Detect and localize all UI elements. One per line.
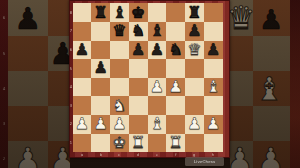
file-label-e: e bbox=[156, 153, 158, 157]
piece-white-pawn-h2: ♟ bbox=[204, 115, 223, 134]
rank-label-1: 1 bbox=[70, 141, 72, 145]
square-h3 bbox=[204, 96, 223, 115]
piece-white-pawn-b2: ♟ bbox=[91, 115, 110, 134]
piece-white-queen-g6: ♛ bbox=[185, 41, 204, 60]
rank-label-4: 4 bbox=[70, 85, 72, 89]
square-h8 bbox=[204, 3, 223, 22]
rank-label-6: 6 bbox=[70, 48, 72, 52]
backdrop-panel-left: 65432♟♟♟♟ bbox=[0, 0, 70, 168]
backdrop-dim-overlay bbox=[230, 0, 300, 168]
square-a1 bbox=[73, 134, 92, 153]
piece-black-queen-c7: ♛ bbox=[110, 22, 129, 41]
file-label-d: d bbox=[137, 153, 139, 157]
square-f2 bbox=[166, 115, 185, 134]
square-g5 bbox=[185, 59, 204, 78]
piece-black-rook-g8: ♜ bbox=[185, 3, 204, 22]
square-h1 bbox=[204, 134, 223, 153]
file-label-c: c bbox=[118, 153, 120, 157]
piece-white-pawn-c2: ♟ bbox=[110, 115, 129, 134]
square-b1 bbox=[91, 134, 110, 153]
piece-white-rook-f1: ♜ bbox=[166, 134, 185, 153]
square-a7 bbox=[73, 22, 92, 41]
square-e1 bbox=[148, 134, 167, 153]
piece-white-pawn-e4: ♟ bbox=[148, 78, 167, 97]
square-d4 bbox=[129, 78, 148, 97]
rank-label-8: 8 bbox=[70, 11, 72, 15]
rank-label-5: 5 bbox=[70, 66, 72, 70]
square-a3 bbox=[73, 96, 92, 115]
square-f8 bbox=[166, 3, 185, 22]
square-b7 bbox=[91, 22, 110, 41]
piece-white-rook-d1: ♜ bbox=[129, 134, 148, 153]
piece-white-bishop-h4: ♝ bbox=[204, 78, 223, 97]
square-d5 bbox=[129, 59, 148, 78]
square-f7 bbox=[166, 22, 185, 41]
piece-black-pawn-h6: ♟ bbox=[204, 41, 223, 60]
square-h7 bbox=[204, 22, 223, 41]
square-d2 bbox=[129, 115, 148, 134]
watermark-badge: LiveChess bbox=[185, 157, 224, 166]
square-f5 bbox=[166, 59, 185, 78]
square-a8 bbox=[73, 3, 92, 22]
file-label-a: a bbox=[81, 153, 83, 157]
piece-white-bishop-e2: ♝ bbox=[148, 115, 167, 134]
square-a5 bbox=[73, 59, 92, 78]
rank-label-3: 3 bbox=[70, 104, 72, 108]
piece-black-pawn-a6: ♟ bbox=[73, 41, 92, 60]
square-c5 bbox=[110, 59, 129, 78]
piece-white-knight-c3: ♞ bbox=[110, 96, 129, 115]
watermark-text: LiveChess bbox=[194, 159, 215, 164]
piece-black-pawn-g7: ♟ bbox=[185, 22, 204, 41]
square-f3 bbox=[166, 96, 185, 115]
square-e8 bbox=[148, 3, 167, 22]
rank-label-2: 2 bbox=[70, 122, 72, 126]
backdrop-panel-right: ♛♟♝♟♟ bbox=[230, 0, 300, 168]
square-g3 bbox=[185, 96, 204, 115]
piece-black-pawn-d6: ♟ bbox=[129, 41, 148, 60]
square-d3 bbox=[129, 96, 148, 115]
piece-black-knight-f6: ♞ bbox=[166, 41, 185, 60]
piece-black-pawn-b5: ♟ bbox=[91, 59, 110, 78]
square-a4 bbox=[73, 78, 92, 97]
video-frame[interactable]: 65432♟♟♟♟ ♛♟♝♟♟ ♜♝♚♜♛♞♝♟♟♟♟♞♛♟♟♟♟♝♞♟♟♟♝♟… bbox=[0, 0, 300, 168]
piece-black-bishop-c8: ♝ bbox=[110, 3, 129, 22]
board-frame: ♜♝♚♜♛♞♝♟♟♟♟♞♛♟♟♟♟♝♞♟♟♟♝♟♟♚♜♜ 87654321abc… bbox=[69, 0, 230, 158]
piece-white-king-c1: ♚ bbox=[110, 134, 129, 153]
chess-board: ♜♝♚♜♛♞♝♟♟♟♟♞♛♟♟♟♟♝♞♟♟♟♝♟♟♚♜♜ bbox=[73, 3, 223, 152]
backdrop-dim-overlay bbox=[0, 0, 70, 168]
file-label-f: f bbox=[175, 153, 176, 157]
piece-black-knight-d7: ♞ bbox=[129, 22, 148, 41]
square-c6 bbox=[110, 41, 129, 60]
piece-black-rook-b8: ♜ bbox=[91, 3, 110, 22]
piece-white-pawn-f4: ♟ bbox=[166, 78, 185, 97]
square-c4 bbox=[110, 78, 129, 97]
square-b3 bbox=[91, 96, 110, 115]
square-b6 bbox=[91, 41, 110, 60]
square-g4 bbox=[185, 78, 204, 97]
rank-label-7: 7 bbox=[70, 29, 72, 33]
file-label-b: b bbox=[99, 153, 101, 157]
piece-black-pawn-e6: ♟ bbox=[148, 41, 167, 60]
piece-white-pawn-a2: ♟ bbox=[73, 115, 92, 134]
piece-white-pawn-g2: ♟ bbox=[185, 115, 204, 134]
square-h5 bbox=[204, 59, 223, 78]
piece-black-king-d8: ♚ bbox=[129, 3, 148, 22]
square-e5 bbox=[148, 59, 167, 78]
square-g1 bbox=[185, 134, 204, 153]
square-b4 bbox=[91, 78, 110, 97]
piece-black-bishop-e7: ♝ bbox=[148, 22, 167, 41]
square-e3 bbox=[148, 96, 167, 115]
